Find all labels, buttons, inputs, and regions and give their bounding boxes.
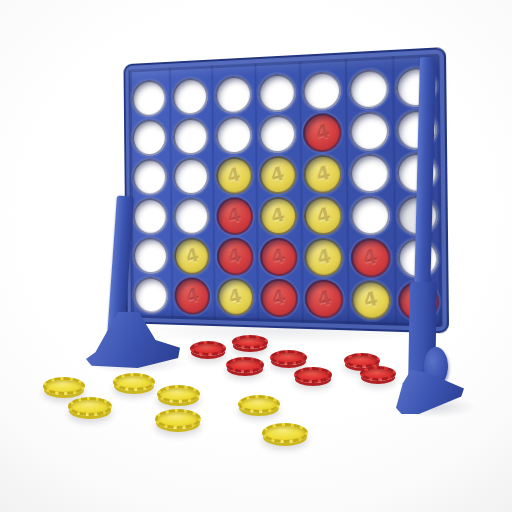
cell-r4c5[interactable]: 4	[300, 194, 346, 236]
cell-r3c5[interactable]: 4	[300, 152, 346, 194]
empty-slot	[303, 70, 342, 110]
loose-disc-red-5[interactable]	[294, 367, 332, 383]
disc-number-glyph: 4	[361, 246, 379, 268]
loose-disc-yellow-12[interactable]	[155, 409, 201, 429]
connect-four-board: 444444444444444444	[123, 47, 449, 333]
cell-r1c6[interactable]	[345, 66, 393, 110]
yellow-disc: 4	[305, 238, 344, 277]
cell-r3c6[interactable]	[346, 151, 394, 194]
disc-number-glyph: 4	[315, 288, 333, 310]
loose-disc-yellow-9[interactable]	[68, 397, 112, 416]
cell-r4c4[interactable]: 4	[256, 195, 301, 236]
red-disc: 4	[260, 278, 298, 317]
empty-slot	[350, 153, 390, 193]
disc-number-glyph: 4	[315, 204, 333, 226]
empty-slot	[131, 79, 166, 117]
loose-disc-red-1[interactable]	[190, 341, 226, 356]
cell-r2c2[interactable]	[170, 115, 213, 156]
empty-slot	[350, 195, 390, 234]
disc-number-glyph: 4	[314, 163, 332, 185]
cell-r5c6[interactable]: 4	[347, 236, 395, 279]
cell-r3c3[interactable]: 4	[212, 155, 256, 196]
empty-slot	[173, 157, 209, 195]
cell-r4c3[interactable]: 4	[213, 195, 257, 236]
cell-r6c6[interactable]: 4	[347, 278, 395, 321]
loose-disc-red-2[interactable]	[232, 335, 268, 349]
disc-number-glyph: 4	[227, 286, 244, 307]
cell-r5c3[interactable]: 4	[213, 236, 257, 277]
disc-number-glyph: 4	[184, 245, 200, 266]
cell-r6c3[interactable]: 4	[213, 276, 257, 317]
empty-slot	[259, 114, 297, 153]
cell-r3c2[interactable]	[170, 155, 213, 196]
disc-number-glyph: 4	[226, 205, 243, 226]
yellow-disc: 4	[259, 155, 297, 194]
disc-number-glyph: 4	[184, 285, 200, 306]
cell-r2c6[interactable]	[345, 109, 393, 153]
cell-r1c2[interactable]	[169, 75, 212, 117]
loose-disc-yellow-8[interactable]	[43, 377, 85, 395]
cell-r2c3[interactable]	[212, 114, 256, 156]
yellow-disc: 4	[174, 237, 210, 274]
cell-r1c4[interactable]	[255, 71, 300, 114]
cell-r3c4[interactable]: 4	[255, 154, 300, 196]
disc-number-glyph: 4	[315, 246, 333, 268]
loose-disc-red-7[interactable]	[360, 366, 396, 381]
disc-number-glyph: 4	[270, 205, 287, 227]
red-disc: 4	[216, 237, 253, 275]
empty-slot	[215, 115, 252, 154]
disc-number-glyph: 4	[225, 164, 242, 185]
cell-r3c1[interactable]	[129, 156, 170, 196]
cell-r4c6[interactable]	[346, 194, 394, 236]
yellow-disc: 4	[304, 154, 343, 193]
loose-disc-red-4[interactable]	[270, 350, 307, 365]
empty-slot	[133, 237, 168, 274]
empty-slot	[174, 197, 210, 234]
loose-disc-yellow-11[interactable]	[157, 385, 200, 403]
red-disc: 4	[260, 237, 298, 275]
table-surface: 444444444444444444	[0, 0, 512, 512]
cell-r2c5[interactable]: 4	[300, 111, 346, 154]
loose-disc-yellow-10[interactable]	[113, 373, 155, 391]
cell-r6c1[interactable]	[130, 275, 171, 315]
cell-r4c1[interactable]	[129, 196, 170, 236]
red-disc: 4	[216, 197, 253, 235]
empty-slot	[215, 75, 252, 114]
loose-disc-red-3[interactable]	[226, 357, 264, 373]
empty-slot	[173, 117, 209, 155]
board-grid: 444444444444444444	[128, 64, 443, 323]
disc-number-glyph: 4	[270, 287, 287, 308]
empty-slot	[173, 77, 209, 115]
red-disc: 4	[351, 238, 391, 277]
yellow-disc: 4	[259, 196, 297, 234]
empty-slot	[133, 198, 168, 235]
empty-slot	[258, 73, 296, 113]
disc-number-glyph: 4	[226, 245, 243, 266]
loose-disc-yellow-14[interactable]	[262, 423, 308, 443]
cell-r6c2[interactable]: 4	[171, 275, 214, 316]
empty-slot	[349, 111, 389, 151]
disc-number-glyph: 4	[362, 289, 380, 311]
cell-r2c4[interactable]	[255, 112, 300, 154]
yellow-disc: 4	[217, 277, 254, 315]
cell-r5c4[interactable]: 4	[256, 236, 301, 277]
disc-number-glyph: 4	[270, 246, 287, 268]
cell-r5c2[interactable]: 4	[171, 236, 214, 276]
red-disc: 4	[305, 279, 344, 318]
yellow-disc: 4	[351, 280, 391, 320]
cell-r1c1[interactable]	[128, 77, 169, 118]
cell-r4c2[interactable]	[170, 196, 213, 236]
empty-slot	[132, 118, 167, 155]
cell-r1c3[interactable]	[211, 73, 255, 115]
empty-slot	[133, 276, 168, 313]
yellow-disc: 4	[216, 156, 253, 194]
disc-number-glyph: 4	[269, 164, 286, 186]
empty-slot	[349, 68, 389, 109]
right-leg-foot	[396, 370, 464, 414]
cell-r1c5[interactable]	[299, 69, 345, 112]
cell-r5c1[interactable]	[130, 236, 171, 276]
yellow-disc: 4	[304, 196, 343, 235]
cell-r2c1[interactable]	[128, 117, 169, 158]
red-disc: 4	[175, 277, 211, 315]
red-disc: 4	[303, 112, 342, 152]
disc-number-glyph: 4	[314, 121, 332, 143]
empty-slot	[132, 158, 167, 195]
cell-r6c5[interactable]: 4	[301, 277, 347, 320]
loose-disc-yellow-13[interactable]	[238, 395, 280, 413]
cell-r5c5[interactable]: 4	[301, 236, 347, 278]
cell-r6c4[interactable]: 4	[257, 277, 302, 319]
